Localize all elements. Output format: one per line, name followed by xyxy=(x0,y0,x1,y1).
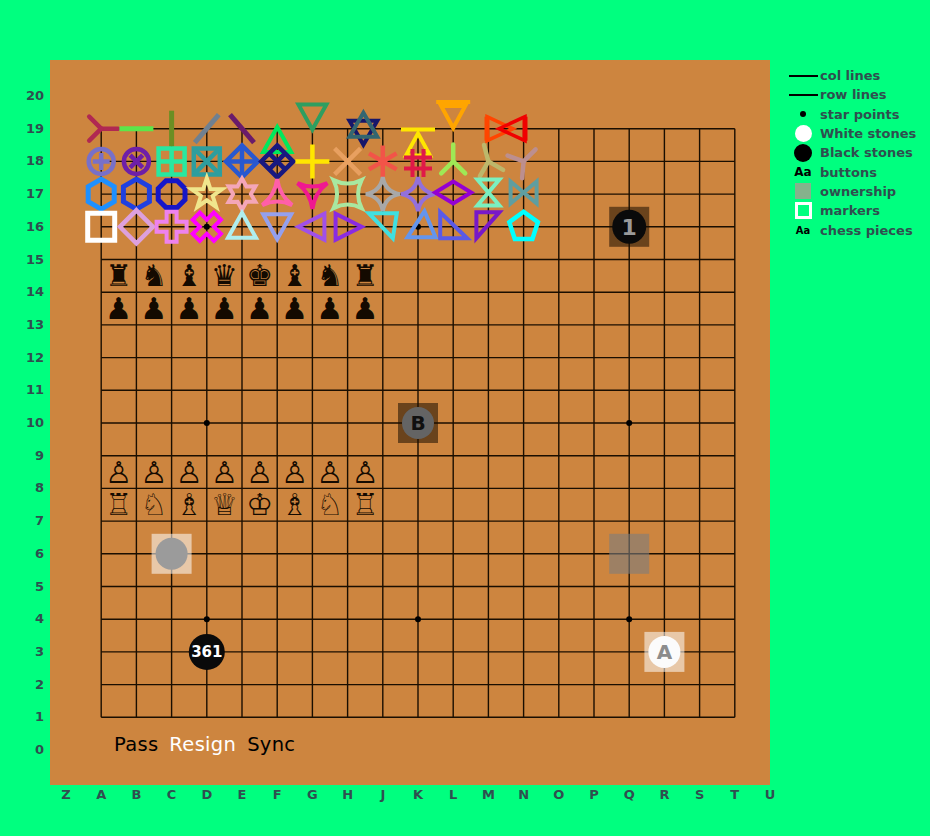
overlay-D3[interactable]: 361 xyxy=(189,634,225,670)
chess-piece-black[interactable]: ♟ xyxy=(176,291,203,326)
marker-ray3 xyxy=(480,145,503,176)
legend-mark-icon xyxy=(795,202,812,219)
chess-piece-black[interactable]: ♝ xyxy=(176,258,203,293)
chess-piece-white[interactable]: ♖ xyxy=(352,487,379,522)
col-label-G: G xyxy=(299,787,325,803)
chess-piece-black[interactable]: ♜ xyxy=(105,258,132,293)
chess-piece-black[interactable]: ♟ xyxy=(211,291,238,326)
legend-label: ownership xyxy=(820,184,896,199)
pass-button[interactable]: Pass xyxy=(114,733,158,756)
marker-plus xyxy=(295,144,329,178)
chess-piece-black[interactable]: ♟ xyxy=(246,291,273,326)
chess-piece-black[interactable]: ♚ xyxy=(246,258,273,293)
row-label-10: 10 xyxy=(14,415,44,431)
chess-piece-white[interactable]: ♙ xyxy=(352,455,379,490)
col-label-B: B xyxy=(123,787,149,803)
legend-label: row lines xyxy=(820,87,887,102)
overlay-Q16[interactable]: 1 xyxy=(609,207,649,247)
col-label-M: M xyxy=(475,787,501,803)
legend-label: Black stones xyxy=(820,145,913,160)
marker-ray3 xyxy=(508,149,536,178)
chess-piece-black[interactable]: ♞ xyxy=(317,258,344,293)
col-label-L: L xyxy=(440,787,466,803)
stone-label: A xyxy=(657,640,673,664)
col-label-C: C xyxy=(159,787,185,803)
row-label-0: 0 xyxy=(14,742,44,758)
legend-line-icon xyxy=(789,94,818,96)
col-label-H: H xyxy=(335,787,361,803)
resign-button[interactable]: Resign xyxy=(169,733,236,756)
row-label-15: 15 xyxy=(14,252,44,268)
legend-item: col lines xyxy=(786,66,916,85)
star-point xyxy=(204,616,210,622)
marker-ray3 xyxy=(89,117,118,141)
row-label-5: 5 xyxy=(14,579,44,595)
star-point xyxy=(415,616,421,622)
star-point xyxy=(204,420,210,426)
row-label-9: 9 xyxy=(14,448,44,464)
legend-label: col lines xyxy=(820,68,880,83)
overlay-C6[interactable] xyxy=(152,534,192,574)
col-label-N: N xyxy=(511,787,537,803)
col-label-Z: Z xyxy=(53,787,79,803)
chess-piece-white[interactable]: ♗ xyxy=(281,487,308,522)
row-label-19: 19 xyxy=(14,121,44,137)
col-label-O: O xyxy=(546,787,572,803)
row-label-12: 12 xyxy=(14,350,44,366)
overlay-Q6[interactable] xyxy=(609,534,649,574)
row-label-16: 16 xyxy=(14,219,44,235)
col-label-P: P xyxy=(581,787,607,803)
legend-aa-sm-icon: Aa xyxy=(796,225,811,236)
legend-item: Aachess pieces xyxy=(786,220,916,239)
legend-item: star points xyxy=(786,105,916,124)
marker-sqplus xyxy=(159,148,185,174)
col-label-K: K xyxy=(405,787,431,803)
col-label-Q: Q xyxy=(616,787,642,803)
chess-piece-white[interactable]: ♙ xyxy=(246,455,273,490)
row-label-7: 7 xyxy=(14,513,44,529)
col-label-J: J xyxy=(370,787,396,803)
legend-item: Black stones xyxy=(786,143,916,162)
legend-label: chess pieces xyxy=(820,223,913,238)
legend-aa-icon: Aa xyxy=(794,165,811,179)
chess-piece-white[interactable]: ♔ xyxy=(246,487,273,522)
chess-piece-black[interactable]: ♝ xyxy=(281,258,308,293)
col-label-F: F xyxy=(264,787,290,803)
stone-label: 361 xyxy=(191,643,222,661)
marker-tribardn xyxy=(436,102,470,128)
overlay-R3[interactable]: A xyxy=(644,632,684,672)
chess-piece-white[interactable]: ♖ xyxy=(105,487,132,522)
chess-piece-white[interactable]: ♙ xyxy=(105,455,132,490)
chess-piece-black[interactable]: ♟ xyxy=(281,291,308,326)
chess-piece-black[interactable]: ♞ xyxy=(141,258,168,293)
sync-button[interactable]: Sync xyxy=(247,733,295,756)
legend-label: White stones xyxy=(820,126,916,141)
chess-piece-black[interactable]: ♟ xyxy=(317,291,344,326)
button-bar: PassResignSync xyxy=(114,733,295,756)
legend-line-icon xyxy=(789,75,818,77)
row-label-1: 1 xyxy=(14,709,44,725)
col-label-A: A xyxy=(88,787,114,803)
col-label-T: T xyxy=(722,787,748,803)
marker-tridn xyxy=(298,105,326,130)
legend-label: star points xyxy=(820,107,900,122)
stone-label: 1 xyxy=(622,215,637,240)
col-label-S: S xyxy=(687,787,713,803)
highlight-square xyxy=(609,534,649,574)
row-label-8: 8 xyxy=(14,480,44,496)
row-label-20: 20 xyxy=(14,88,44,104)
chess-piece-white[interactable]: ♘ xyxy=(317,487,344,522)
row-label-13: 13 xyxy=(14,317,44,333)
row-label-11: 11 xyxy=(14,382,44,398)
legend-label: buttons xyxy=(820,165,877,180)
chess-piece-black[interactable]: ♛ xyxy=(211,258,238,293)
row-label-3: 3 xyxy=(14,644,44,660)
legend-item: markers xyxy=(786,201,916,220)
chess-piece-white[interactable]: ♙ xyxy=(176,455,203,490)
overlay-K10[interactable]: B xyxy=(398,403,438,443)
col-label-R: R xyxy=(651,787,677,803)
chess-piece-white[interactable]: ♙ xyxy=(211,455,238,490)
row-label-6: 6 xyxy=(14,546,44,562)
chess-piece-white[interactable]: ♙ xyxy=(281,455,308,490)
chess-piece-black[interactable]: ♟ xyxy=(141,291,168,326)
marker-diaplus xyxy=(226,145,258,177)
legend-dot-icon xyxy=(800,111,806,117)
chess-piece-white[interactable]: ♙ xyxy=(141,455,168,490)
row-label-17: 17 xyxy=(14,186,44,202)
star-point xyxy=(626,616,632,622)
stone[interactable] xyxy=(156,538,188,570)
chess-piece-white[interactable]: ♘ xyxy=(141,487,168,522)
marker-triapex xyxy=(408,211,436,237)
star-point xyxy=(204,224,210,230)
legend-own-icon xyxy=(795,183,811,199)
goban[interactable]: ♜♞♝♛♚♝♞♜♟♟♟♟♟♟♟♟♙♙♙♙♙♙♙♙♖♘♗♕♔♗♘♖1B361A P… xyxy=(50,60,770,785)
row-label-4: 4 xyxy=(14,611,44,627)
chess-piece-black[interactable]: ♜ xyxy=(352,258,379,293)
legend-item: ownership xyxy=(786,182,916,201)
chess-piece-black[interactable]: ♟ xyxy=(352,291,379,326)
star-point xyxy=(626,420,632,426)
legend-item: White stones xyxy=(786,124,916,143)
chess-piece-white[interactable]: ♕ xyxy=(211,487,238,522)
row-label-2: 2 xyxy=(14,677,44,693)
legend: col linesrow linesstar pointsWhite stone… xyxy=(786,66,916,240)
chess-piece-black[interactable]: ♟ xyxy=(105,291,132,326)
board-grid-layer: ♜♞♝♛♚♝♞♜♟♟♟♟♟♟♟♟♙♙♙♙♙♙♙♙♖♘♗♕♔♗♘♖1B361A xyxy=(50,60,770,785)
legend-wstone-icon xyxy=(795,125,812,142)
row-label-14: 14 xyxy=(14,284,44,300)
col-label-E: E xyxy=(229,787,255,803)
legend-label: markers xyxy=(820,203,880,218)
legend-item: row lines xyxy=(786,85,916,104)
stone-label: B xyxy=(410,411,425,435)
row-label-18: 18 xyxy=(14,153,44,169)
page-background: ♜♞♝♛♚♝♞♜♟♟♟♟♟♟♟♟♙♙♙♙♙♙♙♙♖♘♗♕♔♗♘♖1B361A P… xyxy=(0,0,930,836)
col-label-U: U xyxy=(757,787,783,803)
col-label-D: D xyxy=(194,787,220,803)
legend-item: Aabuttons xyxy=(786,162,916,181)
chess-piece-white[interactable]: ♙ xyxy=(317,455,344,490)
legend-bstone-icon xyxy=(794,144,812,162)
chess-piece-white[interactable]: ♗ xyxy=(176,487,203,522)
